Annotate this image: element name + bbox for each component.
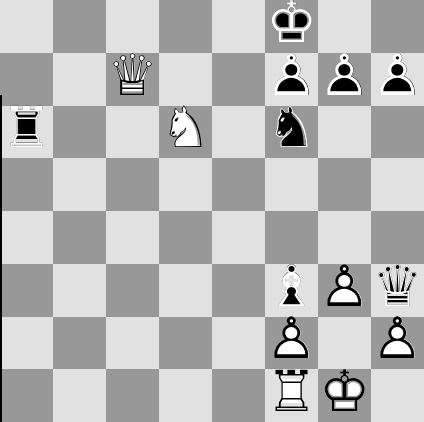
piece-outline: ♘ — [265, 99, 318, 156]
square-e7[interactable] — [212, 53, 265, 106]
square-h1[interactable] — [371, 369, 424, 422]
square-g5[interactable] — [318, 158, 371, 211]
square-g3[interactable]: ♟♙ — [318, 264, 371, 317]
square-a2[interactable] — [0, 317, 53, 370]
chess-board: ♚♔♛♕♟♙♟♙♟♙♜♖♞♘♞♘♝♗♟♙♛♕♟♙♟♙♜♖♚♔ — [0, 0, 424, 422]
board-left-edge-line — [0, 95, 2, 422]
square-b8[interactable] — [53, 0, 106, 53]
white-rook-piece[interactable]: ♜♖ — [265, 363, 318, 420]
square-b1[interactable] — [53, 369, 106, 422]
piece-outline: ♖ — [0, 99, 53, 156]
square-b5[interactable] — [53, 158, 106, 211]
chess-board-window: ♚♔♛♕♟♙♟♙♟♙♜♖♞♘♞♘♝♗♟♙♛♕♟♙♟♙♜♖♚♔ — [0, 0, 424, 422]
square-c5[interactable] — [106, 158, 159, 211]
square-h2[interactable]: ♟♙ — [371, 317, 424, 370]
square-b6[interactable] — [53, 106, 106, 159]
piece-outline: ♖ — [265, 363, 318, 420]
square-d1[interactable] — [159, 369, 212, 422]
square-c1[interactable] — [106, 369, 159, 422]
square-f1[interactable]: ♜♖ — [265, 369, 318, 422]
square-e3[interactable] — [212, 264, 265, 317]
square-a8[interactable] — [0, 0, 53, 53]
square-e1[interactable] — [212, 369, 265, 422]
black-knight-piece[interactable]: ♞♘ — [265, 99, 318, 156]
white-pawn-piece[interactable]: ♟♙ — [318, 258, 371, 315]
square-g6[interactable] — [318, 106, 371, 159]
square-f5[interactable] — [265, 158, 318, 211]
square-a4[interactable] — [0, 211, 53, 264]
square-e8[interactable] — [212, 0, 265, 53]
square-d5[interactable] — [159, 158, 212, 211]
square-d3[interactable] — [159, 264, 212, 317]
square-d8[interactable] — [159, 0, 212, 53]
square-c2[interactable] — [106, 317, 159, 370]
square-c3[interactable] — [106, 264, 159, 317]
square-f6[interactable]: ♞♘ — [265, 106, 318, 159]
square-h7[interactable]: ♟♙ — [371, 53, 424, 106]
square-d4[interactable] — [159, 211, 212, 264]
square-b3[interactable] — [53, 264, 106, 317]
square-d6[interactable]: ♞♘ — [159, 106, 212, 159]
square-h5[interactable] — [371, 158, 424, 211]
square-e5[interactable] — [212, 158, 265, 211]
piece-outline: ♘ — [159, 99, 212, 156]
black-rook-piece[interactable]: ♜♖ — [0, 99, 53, 156]
black-pawn-piece[interactable]: ♟♙ — [318, 47, 371, 104]
square-a3[interactable] — [0, 264, 53, 317]
square-c4[interactable] — [106, 211, 159, 264]
piece-outline: ♙ — [371, 310, 424, 367]
white-queen-piece[interactable]: ♛♕ — [106, 47, 159, 104]
black-pawn-piece[interactable]: ♟♙ — [371, 47, 424, 104]
piece-outline: ♙ — [371, 47, 424, 104]
white-king-piece[interactable]: ♚♔ — [318, 363, 371, 420]
square-a6[interactable]: ♜♖ — [0, 106, 53, 159]
piece-outline: ♙ — [318, 258, 371, 315]
square-a5[interactable] — [0, 158, 53, 211]
square-c7[interactable]: ♛♕ — [106, 53, 159, 106]
piece-outline: ♔ — [318, 363, 371, 420]
square-c6[interactable] — [106, 106, 159, 159]
square-b2[interactable] — [53, 317, 106, 370]
piece-outline: ♙ — [318, 47, 371, 104]
square-g1[interactable]: ♚♔ — [318, 369, 371, 422]
square-a1[interactable] — [0, 369, 53, 422]
piece-outline: ♕ — [106, 47, 159, 104]
white-pawn-piece[interactable]: ♟♙ — [371, 310, 424, 367]
square-e4[interactable] — [212, 211, 265, 264]
square-g7[interactable]: ♟♙ — [318, 53, 371, 106]
square-d2[interactable] — [159, 317, 212, 370]
square-h6[interactable] — [371, 106, 424, 159]
square-e6[interactable] — [212, 106, 265, 159]
square-b7[interactable] — [53, 53, 106, 106]
white-knight-piece[interactable]: ♞♘ — [159, 99, 212, 156]
square-b4[interactable] — [53, 211, 106, 264]
square-e2[interactable] — [212, 317, 265, 370]
